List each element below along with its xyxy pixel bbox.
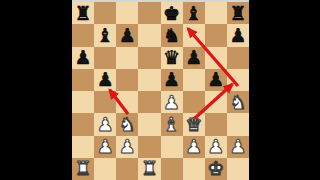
board-square[interactable] (205, 91, 227, 113)
board-square[interactable] (138, 69, 160, 91)
black-rook[interactable]: ♜ (227, 2, 249, 24)
board-square[interactable] (161, 136, 183, 158)
black-bishop[interactable]: ♝ (94, 24, 116, 46)
black-pawn[interactable]: ♟ (72, 47, 94, 69)
board-square[interactable]: ♟ (183, 136, 205, 158)
white-rook[interactable]: ♜ (72, 158, 94, 180)
black-pawn[interactable]: ♟ (116, 24, 138, 46)
board-square[interactable] (138, 24, 160, 46)
board-square[interactable] (116, 91, 138, 113)
board-square[interactable] (183, 69, 205, 91)
board-square[interactable]: ♜ (72, 158, 94, 180)
board-square[interactable]: ♟ (116, 24, 138, 46)
board-square[interactable] (94, 158, 116, 180)
board-square[interactable]: ♜ (138, 158, 160, 180)
white-pawn[interactable]: ♟ (183, 136, 205, 158)
white-pawn[interactable]: ♟ (227, 136, 249, 158)
board-square[interactable] (72, 113, 94, 135)
board-square[interactable]: ♛ (161, 47, 183, 69)
board-square[interactable] (138, 91, 160, 113)
board-square[interactable]: ♟ (94, 113, 116, 135)
board-square[interactable] (227, 158, 249, 180)
white-pawn[interactable]: ♟ (116, 136, 138, 158)
board-square[interactable] (72, 24, 94, 46)
board-square[interactable]: ♚ (205, 158, 227, 180)
board-square[interactable]: ♝ (183, 2, 205, 24)
white-rook[interactable]: ♜ (138, 158, 160, 180)
board-square[interactable]: ♝ (161, 113, 183, 135)
board-square[interactable] (116, 2, 138, 24)
board-square[interactable]: ♟ (227, 136, 249, 158)
board-square[interactable] (72, 136, 94, 158)
black-pawn[interactable]: ♟ (94, 69, 116, 91)
board-square[interactable]: ♝ (94, 24, 116, 46)
board-square[interactable]: ♟ (161, 69, 183, 91)
black-pawn[interactable]: ♟ (205, 69, 227, 91)
board-square[interactable] (116, 69, 138, 91)
board-square[interactable] (205, 113, 227, 135)
board-square[interactable]: ♟ (183, 47, 205, 69)
board-square[interactable] (116, 47, 138, 69)
board-square[interactable] (94, 47, 116, 69)
board-square[interactable] (116, 158, 138, 180)
board-square[interactable]: ♟ (205, 136, 227, 158)
board-square[interactable]: ♛ (183, 113, 205, 135)
board-square[interactable] (183, 158, 205, 180)
board-square[interactable]: ♜ (72, 2, 94, 24)
board-square[interactable]: ♟ (227, 24, 249, 46)
board-square[interactable]: ♞ (227, 91, 249, 113)
board-square[interactable] (227, 113, 249, 135)
board-square[interactable] (138, 113, 160, 135)
board-square[interactable] (138, 136, 160, 158)
white-pawn[interactable]: ♟ (94, 136, 116, 158)
white-queen[interactable]: ♛ (183, 113, 205, 135)
black-pawn[interactable]: ♟ (161, 69, 183, 91)
white-knight[interactable]: ♞ (116, 113, 138, 135)
board-square[interactable]: ♟ (94, 136, 116, 158)
black-king[interactable]: ♚ (161, 2, 183, 24)
board-square[interactable]: ♞ (161, 24, 183, 46)
board-square[interactable] (72, 91, 94, 113)
board-square[interactable] (227, 69, 249, 91)
board-square[interactable] (205, 47, 227, 69)
black-queen[interactable]: ♛ (161, 47, 183, 69)
board-square[interactable]: ♟ (72, 47, 94, 69)
board-square[interactable] (161, 158, 183, 180)
board-square[interactable] (138, 2, 160, 24)
video-frame: ♜♚♝♜♝♟♞♟♟♛♟♟♟♟♟♞♟♞♝♛♟♟♟♟♟♜♜♚ (0, 0, 320, 180)
board-square[interactable]: ♟ (161, 91, 183, 113)
white-knight[interactable]: ♞ (227, 91, 249, 113)
board-square[interactable] (205, 2, 227, 24)
board-square[interactable] (94, 2, 116, 24)
board-square[interactable] (72, 69, 94, 91)
board-square[interactable] (227, 47, 249, 69)
board-square[interactable]: ♜ (227, 2, 249, 24)
black-knight[interactable]: ♞ (161, 24, 183, 46)
letterbox-bar-right (249, 0, 320, 180)
white-pawn[interactable]: ♟ (205, 136, 227, 158)
board-square[interactable] (183, 24, 205, 46)
white-pawn[interactable]: ♟ (94, 113, 116, 135)
board-square[interactable]: ♟ (116, 136, 138, 158)
board-square[interactable]: ♟ (94, 69, 116, 91)
black-rook[interactable]: ♜ (72, 2, 94, 24)
board-square[interactable]: ♚ (161, 2, 183, 24)
black-pawn[interactable]: ♟ (227, 24, 249, 46)
black-bishop[interactable]: ♝ (183, 2, 205, 24)
white-king[interactable]: ♚ (205, 158, 227, 180)
white-pawn[interactable]: ♟ (161, 91, 183, 113)
board-square[interactable] (205, 24, 227, 46)
letterbox-bar-left (0, 0, 72, 180)
chess-board: ♜♚♝♜♝♟♞♟♟♛♟♟♟♟♟♞♟♞♝♛♟♟♟♟♟♜♜♚ (72, 2, 249, 180)
board-square[interactable] (138, 47, 160, 69)
board-square[interactable] (183, 91, 205, 113)
white-bishop[interactable]: ♝ (161, 113, 183, 135)
black-pawn[interactable]: ♟ (183, 47, 205, 69)
board-square[interactable] (94, 91, 116, 113)
board-square[interactable]: ♟ (205, 69, 227, 91)
board-square[interactable]: ♞ (116, 113, 138, 135)
